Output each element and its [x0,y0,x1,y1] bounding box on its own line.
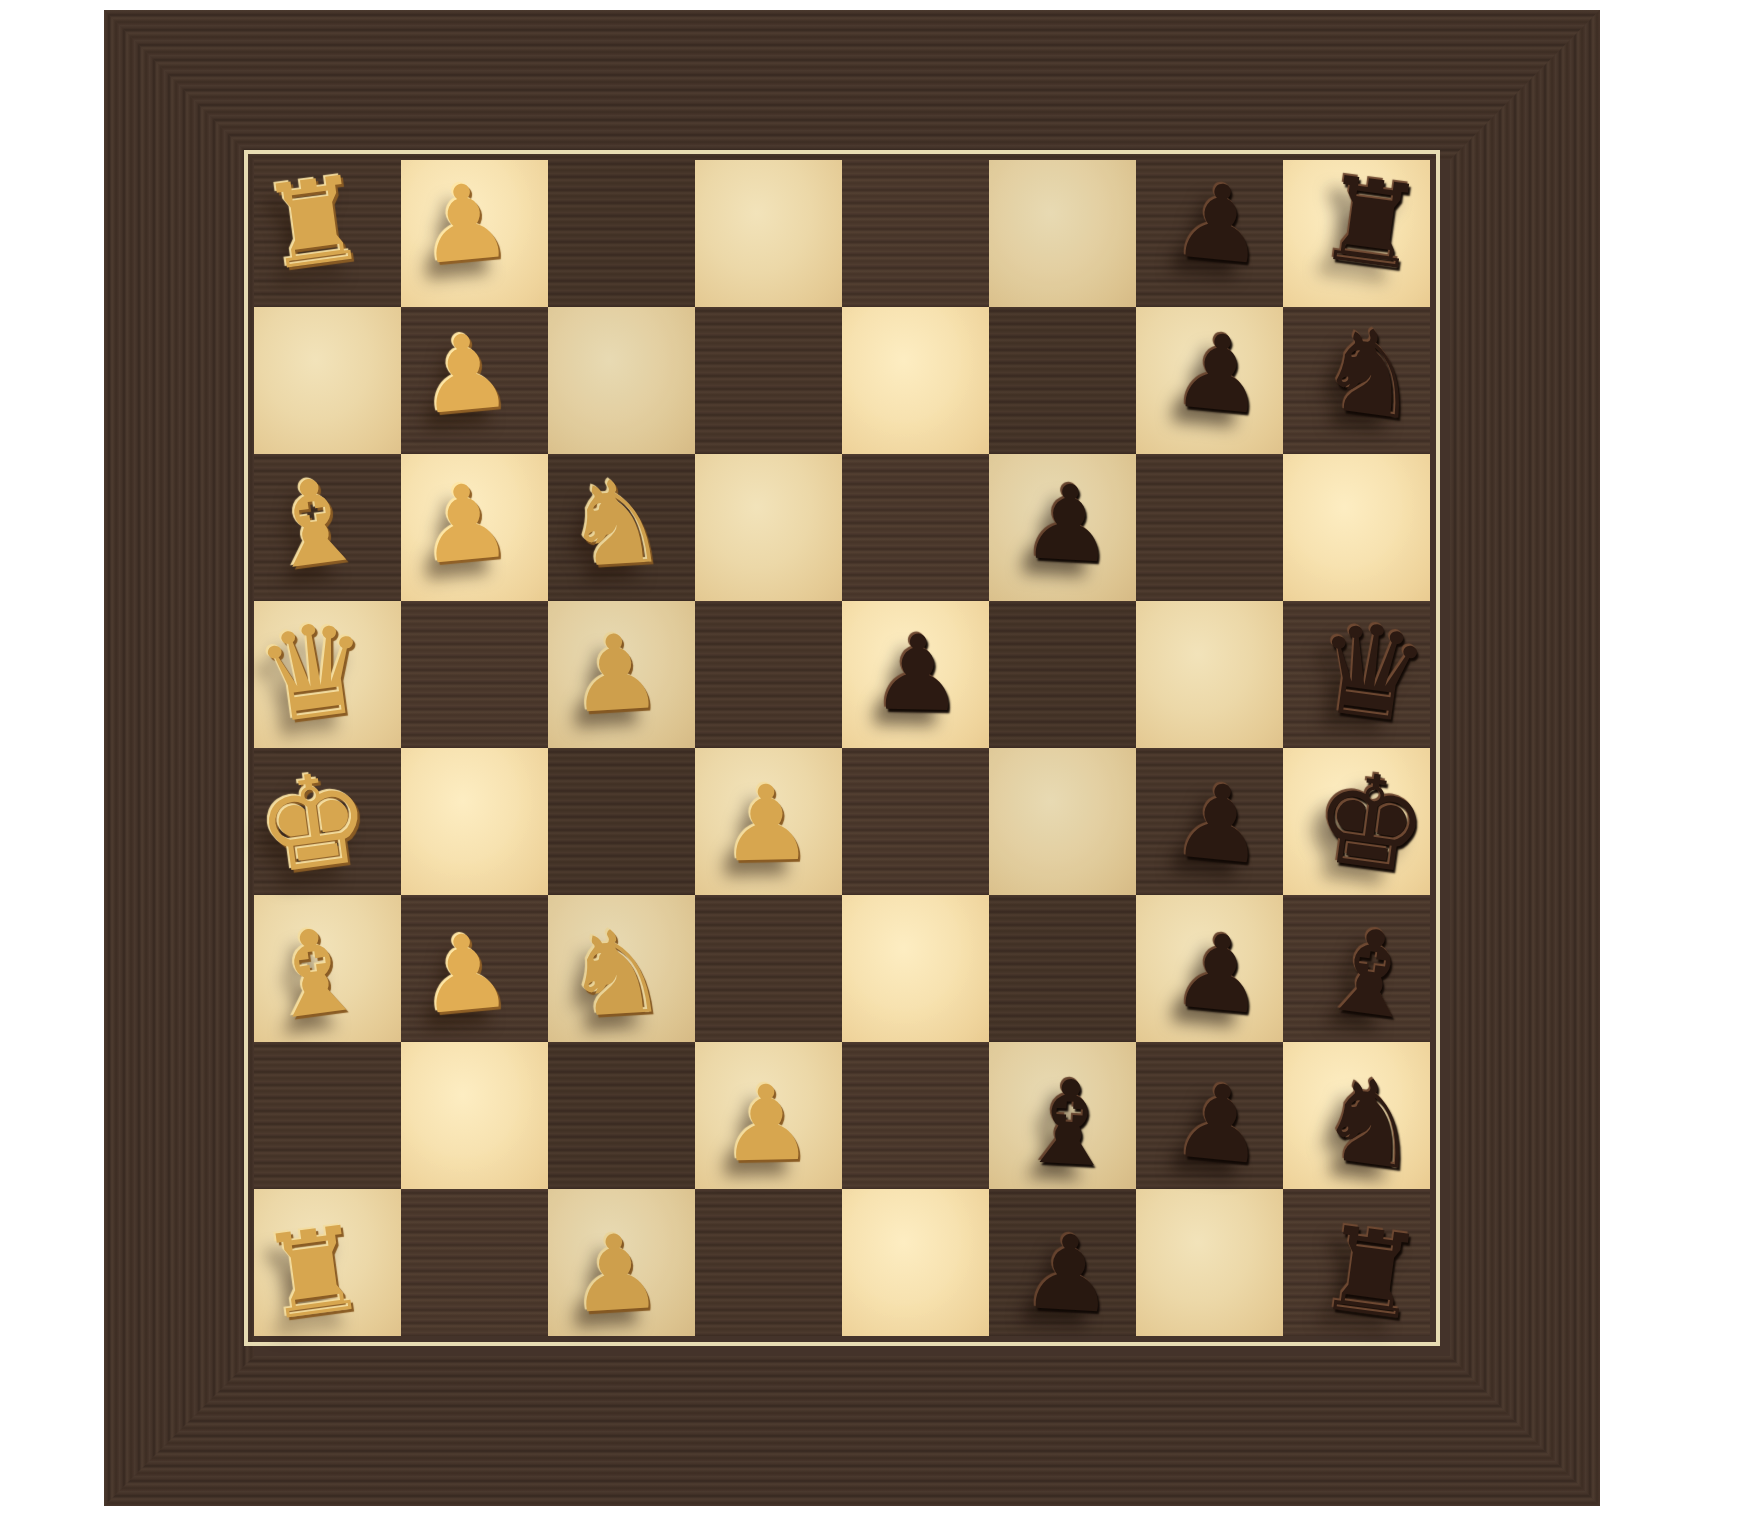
piece-white-pawn-e4: ♟ [719,770,814,876]
piece-black-rook-h8: ♜ [1311,1209,1430,1338]
square-d2 [401,601,548,748]
square-g7: ♟ [1136,1042,1283,1189]
square-a6 [989,160,1136,307]
square-d1: ♛ [254,601,401,748]
square-a5 [842,160,989,307]
piece-white-pawn-b2: ♟ [413,317,516,429]
piece-black-king-e8: ♚ [1306,752,1436,893]
chess-board: ♜♟♟♜♟♟♞♝♟♞♟♛♟♟♛♚♟♟♚♝♟♞♟♝♟♝♟♞♜♟♟♜ [254,160,1430,1336]
square-f4 [695,895,842,1042]
square-b2: ♟ [401,307,548,454]
frame-left-rail [104,10,254,1506]
square-a3 [548,160,695,307]
chessboard-photo: ♜♟♟♜♟♟♞♝♟♞♟♛♟♟♛♚♟♟♚♝♟♞♟♝♟♝♟♞♜♟♟♜ [0,0,1740,1518]
square-h2 [401,1189,548,1336]
square-e1: ♚ [254,748,401,895]
square-a4 [695,160,842,307]
square-e7: ♟ [1136,748,1283,895]
square-h1: ♜ [254,1189,401,1336]
piece-white-rook-a1: ♜ [254,159,373,288]
square-b8: ♞ [1283,307,1430,454]
square-h7 [1136,1189,1283,1336]
square-e6 [989,748,1136,895]
square-b6 [989,307,1136,454]
square-e4: ♟ [695,748,842,895]
frame-bottom-rail [104,1356,1600,1506]
piece-black-pawn-f7: ♟ [1168,917,1271,1029]
square-b4 [695,307,842,454]
piece-white-pawn-h3: ♟ [566,1218,665,1327]
square-c4 [695,454,842,601]
square-h8: ♜ [1283,1189,1430,1336]
piece-white-king-e1: ♚ [249,752,379,893]
piece-black-bishop-f8: ♝ [1311,909,1430,1038]
square-f3: ♞ [548,895,695,1042]
square-b1 [254,307,401,454]
square-d7 [1136,601,1283,748]
piece-black-knight-g8: ♞ [1311,1059,1430,1188]
square-c6: ♟ [989,454,1136,601]
square-f5 [842,895,989,1042]
piece-white-pawn-g4: ♟ [719,1070,814,1176]
square-a8: ♜ [1283,160,1430,307]
piece-white-pawn-f2: ♟ [413,917,516,1029]
square-b5 [842,307,989,454]
square-c7 [1136,454,1283,601]
piece-black-pawn-e7: ♟ [1168,767,1271,879]
square-a7: ♟ [1136,160,1283,307]
square-c5 [842,454,989,601]
piece-white-pawn-a2: ♟ [413,167,516,279]
square-g5 [842,1042,989,1189]
square-d8: ♛ [1283,601,1430,748]
piece-black-knight-b8: ♞ [1311,309,1430,438]
frame-right-rail [1450,10,1600,1506]
piece-white-bishop-f1: ♝ [254,909,373,1038]
piece-black-pawn-c6: ♟ [1019,468,1118,577]
square-b7: ♟ [1136,307,1283,454]
square-g4: ♟ [695,1042,842,1189]
square-g3 [548,1042,695,1189]
frame-top-rail [104,10,1600,160]
square-c3: ♞ [548,454,695,601]
square-a2: ♟ [401,160,548,307]
square-h4 [695,1189,842,1336]
piece-white-queen-d1: ♛ [249,602,379,743]
square-f8: ♝ [1283,895,1430,1042]
square-c1: ♝ [254,454,401,601]
square-f6 [989,895,1136,1042]
square-h5 [842,1189,989,1336]
square-e2 [401,748,548,895]
inlay-border: ♜♟♟♜♟♟♞♝♟♞♟♛♟♟♛♚♟♟♚♝♟♞♟♝♟♝♟♞♜♟♟♜ [244,150,1440,1346]
square-d3: ♟ [548,601,695,748]
piece-white-pawn-d3: ♟ [566,618,665,727]
piece-white-rook-h1: ♜ [254,1209,373,1338]
piece-black-pawn-h6: ♟ [1019,1218,1118,1327]
square-a1: ♜ [254,160,401,307]
square-e5 [842,748,989,895]
square-h3: ♟ [548,1189,695,1336]
piece-black-queen-d8: ♛ [1306,602,1436,743]
square-h6: ♟ [989,1189,1136,1336]
square-e8: ♚ [1283,748,1430,895]
piece-white-bishop-c1: ♝ [254,459,373,588]
piece-white-knight-c3: ♞ [560,462,671,584]
piece-black-bishop-g6: ♝ [1013,1062,1124,1184]
piece-black-pawn-d5: ♟ [870,620,965,726]
square-d4 [695,601,842,748]
square-d6 [989,601,1136,748]
piece-black-rook-a8: ♜ [1311,159,1430,288]
square-g6: ♝ [989,1042,1136,1189]
square-d5: ♟ [842,601,989,748]
piece-black-pawn-g7: ♟ [1168,1067,1271,1179]
piece-black-pawn-a7: ♟ [1168,167,1271,279]
square-g1 [254,1042,401,1189]
piece-white-pawn-c2: ♟ [413,467,516,579]
piece-white-knight-f3: ♞ [560,912,671,1034]
board-frame: ♜♟♟♜♟♟♞♝♟♞♟♛♟♟♛♚♟♟♚♝♟♞♟♝♟♝♟♞♜♟♟♜ [104,10,1600,1506]
square-c8 [1283,454,1430,601]
square-c2: ♟ [401,454,548,601]
square-g2 [401,1042,548,1189]
square-f7: ♟ [1136,895,1283,1042]
square-g8: ♞ [1283,1042,1430,1189]
square-f2: ♟ [401,895,548,1042]
square-e3 [548,748,695,895]
square-f1: ♝ [254,895,401,1042]
square-b3 [548,307,695,454]
piece-black-pawn-b7: ♟ [1168,317,1271,429]
